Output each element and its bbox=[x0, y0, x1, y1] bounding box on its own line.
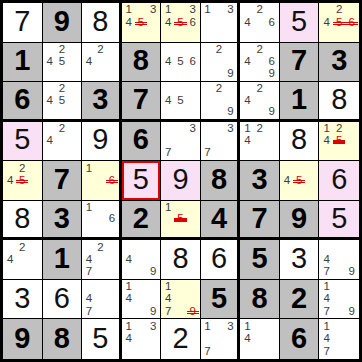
solved-digit: 5 bbox=[331, 204, 347, 233]
given-digit: 4 bbox=[211, 204, 227, 233]
cell-r8c5[interactable]: 1479 bbox=[161, 280, 201, 320]
cell-r7c5[interactable]: 8 bbox=[161, 240, 201, 280]
candidate-digit: 2 bbox=[254, 44, 266, 56]
empty-candidate-slot bbox=[266, 333, 278, 346]
cell-r4c7[interactable]: 124 bbox=[240, 122, 280, 162]
cell-r8c1[interactable]: 3 bbox=[3, 280, 43, 320]
cell-r9c1[interactable]: 9 bbox=[3, 319, 43, 359]
cell-r2c4[interactable]: 8 bbox=[122, 43, 162, 83]
candidate-digit: 4 bbox=[241, 56, 253, 68]
cell-r8c8[interactable]: 2 bbox=[280, 280, 320, 320]
empty-candidate-slot bbox=[174, 106, 186, 118]
given-digit: 7 bbox=[252, 204, 268, 233]
candidate-digit: 5 bbox=[174, 56, 186, 68]
solved-digit: 8 bbox=[291, 125, 307, 154]
empty-candidate-slot bbox=[135, 241, 147, 253]
pencil-marks: 13456 bbox=[162, 4, 199, 41]
empty-candidate-slot bbox=[241, 345, 253, 358]
candidate-digit: 7 bbox=[202, 147, 214, 159]
eliminated-candidate-digit: 5 bbox=[16, 174, 28, 186]
empty-candidate-slot bbox=[213, 56, 225, 68]
candidate-digit: 9 bbox=[345, 305, 358, 317]
empty-candidate-slot bbox=[333, 305, 346, 317]
empty-candidate-slot bbox=[28, 254, 40, 266]
cell-r3c2[interactable]: 245 bbox=[43, 82, 83, 122]
candidate-digit: 4 bbox=[123, 293, 135, 305]
candidate-digit: 2 bbox=[213, 83, 225, 95]
empty-candidate-slot bbox=[266, 345, 278, 358]
empty-candidate-slot bbox=[106, 187, 118, 199]
empty-candidate-slot bbox=[162, 106, 174, 118]
solved-digit: 8 bbox=[331, 85, 347, 114]
cell-r1c8[interactable]: 5 bbox=[280, 3, 320, 43]
empty-candidate-slot bbox=[174, 281, 186, 293]
given-digit: 5 bbox=[252, 244, 268, 273]
cell-r4c8[interactable]: 8 bbox=[280, 122, 320, 162]
given-digit: 6 bbox=[291, 324, 307, 353]
empty-candidate-slot bbox=[333, 281, 346, 293]
empty-candidate-slot bbox=[254, 320, 266, 333]
empty-candidate-slot bbox=[16, 187, 28, 199]
cell-r2c6[interactable]: 29 bbox=[201, 43, 241, 83]
empty-candidate-slot bbox=[345, 123, 358, 135]
cell-r8c3[interactable]: 47 bbox=[82, 280, 122, 320]
candidate-digit: 9 bbox=[266, 106, 278, 118]
candidate-digit: 3 bbox=[147, 320, 159, 333]
empty-candidate-slot bbox=[147, 28, 159, 40]
cell-r7c1[interactable]: 24 bbox=[3, 240, 43, 280]
empty-candidate-slot bbox=[135, 281, 147, 293]
cell-r7c8[interactable]: 3 bbox=[280, 240, 320, 280]
empty-candidate-slot bbox=[83, 187, 95, 199]
candidate-digit: 5 bbox=[174, 95, 186, 107]
empty-candidate-slot bbox=[123, 241, 135, 253]
candidate-digit: 4 bbox=[320, 254, 333, 266]
cell-r7c2[interactable]: 1 bbox=[43, 240, 83, 280]
candidate-digit: 2 bbox=[254, 83, 266, 95]
given-digit: 9 bbox=[54, 7, 70, 36]
empty-candidate-slot bbox=[4, 266, 16, 278]
empty-candidate-slot bbox=[320, 241, 333, 253]
empty-candidate-slot bbox=[162, 28, 174, 40]
empty-candidate-slot bbox=[147, 293, 159, 305]
eliminated-candidate-digit: 5 bbox=[135, 16, 147, 28]
empty-candidate-slot bbox=[213, 123, 225, 135]
cell-r1c1[interactable]: 7 bbox=[3, 3, 43, 43]
candidate-digit: 1 bbox=[162, 281, 174, 293]
empty-candidate-slot bbox=[16, 266, 28, 278]
empty-candidate-slot bbox=[174, 123, 186, 135]
candidate-digit: 6 bbox=[106, 213, 118, 225]
empty-candidate-slot bbox=[123, 345, 135, 358]
empty-candidate-slot bbox=[213, 320, 225, 333]
empty-candidate-slot bbox=[135, 293, 147, 305]
candidate-digit: 7 bbox=[162, 147, 174, 159]
pencil-marks: 137 bbox=[202, 320, 237, 358]
empty-candidate-slot bbox=[68, 83, 80, 95]
empty-candidate-slot bbox=[254, 345, 266, 358]
cell-r3c1[interactable]: 6 bbox=[3, 82, 43, 122]
empty-candidate-slot bbox=[106, 241, 118, 253]
empty-candidate-slot bbox=[320, 4, 333, 16]
empty-candidate-slot bbox=[254, 28, 266, 40]
candidate-digit: 4 bbox=[83, 56, 95, 68]
empty-candidate-slot bbox=[254, 135, 266, 147]
cell-r9c3[interactable]: 5 bbox=[82, 319, 122, 359]
empty-candidate-slot bbox=[333, 266, 346, 278]
cell-r2c3[interactable]: 24 bbox=[82, 43, 122, 83]
cell-r7c4[interactable]: 49 bbox=[122, 240, 162, 280]
empty-candidate-slot bbox=[135, 305, 147, 317]
empty-candidate-slot bbox=[202, 56, 214, 68]
given-digit: 3 bbox=[331, 46, 347, 75]
cell-r6c8[interactable]: 9 bbox=[280, 201, 320, 241]
empty-candidate-slot bbox=[266, 123, 278, 135]
cell-r7c6[interactable]: 6 bbox=[201, 240, 241, 280]
cell-r2c2[interactable]: 245 bbox=[43, 43, 83, 83]
empty-candidate-slot bbox=[345, 345, 358, 358]
cell-r7c3[interactable]: 247 bbox=[82, 240, 122, 280]
pencil-marks: 1479 bbox=[162, 281, 199, 318]
candidate-digit: 4 bbox=[241, 333, 253, 346]
cell-r8c2[interactable]: 6 bbox=[43, 280, 83, 320]
given-digit: 6 bbox=[14, 85, 30, 114]
given-digit: 1 bbox=[54, 244, 70, 273]
candidate-digit: 4 bbox=[123, 254, 135, 266]
candidate-digit: 4 bbox=[44, 56, 56, 68]
empty-candidate-slot bbox=[305, 187, 317, 199]
empty-candidate-slot bbox=[266, 4, 278, 16]
empty-candidate-slot bbox=[44, 68, 56, 80]
empty-candidate-slot bbox=[266, 320, 278, 333]
empty-candidate-slot bbox=[202, 16, 214, 28]
cell-r6c4[interactable]: 2 bbox=[122, 201, 162, 241]
empty-candidate-slot bbox=[162, 44, 174, 56]
empty-candidate-slot bbox=[106, 68, 118, 80]
solved-digit: 6 bbox=[211, 244, 227, 273]
empty-candidate-slot bbox=[56, 135, 68, 147]
pencil-marks: 2456 bbox=[320, 4, 358, 41]
candidate-digit: 9 bbox=[225, 106, 237, 118]
cell-r4c9[interactable]: 1245 bbox=[319, 122, 359, 162]
candidate-digit: 4 bbox=[4, 254, 16, 266]
empty-candidate-slot bbox=[225, 28, 237, 40]
cell-r4c6[interactable]: 37 bbox=[201, 122, 241, 162]
candidate-digit: 3 bbox=[187, 123, 199, 135]
candidate-digit: 3 bbox=[225, 4, 237, 16]
empty-candidate-slot bbox=[174, 293, 186, 305]
empty-candidate-slot bbox=[106, 56, 118, 68]
empty-candidate-slot bbox=[254, 106, 266, 118]
cell-r1c4[interactable]: 1345 bbox=[122, 3, 162, 43]
eliminated-candidate-digit: 5 bbox=[293, 174, 305, 186]
cell-r5c3[interactable]: 16 bbox=[82, 161, 122, 201]
empty-candidate-slot bbox=[106, 293, 118, 305]
cell-r6c7[interactable]: 7 bbox=[240, 201, 280, 241]
given-digit: 3 bbox=[92, 85, 108, 114]
cell-r2c7[interactable]: 2469 bbox=[240, 43, 280, 83]
pencil-marks: 37 bbox=[162, 123, 199, 160]
candidate-digit: 2 bbox=[95, 44, 107, 56]
candidate-digit: 7 bbox=[162, 305, 174, 317]
empty-candidate-slot bbox=[106, 281, 118, 293]
candidate-digit: 3 bbox=[147, 4, 159, 16]
pencil-marks: 245 bbox=[4, 162, 41, 199]
empty-candidate-slot bbox=[28, 162, 40, 174]
empty-candidate-slot bbox=[345, 281, 358, 293]
empty-candidate-slot bbox=[187, 68, 199, 80]
candidate-digit: 4 bbox=[123, 333, 135, 346]
pencil-marks: 147 bbox=[320, 320, 358, 358]
empty-candidate-slot bbox=[174, 147, 186, 159]
empty-candidate-slot bbox=[333, 320, 346, 333]
candidate-digit: 4 bbox=[83, 293, 95, 305]
empty-candidate-slot bbox=[95, 281, 107, 293]
cell-r1c3[interactable]: 8 bbox=[82, 3, 122, 43]
cell-r3c8[interactable]: 1 bbox=[280, 82, 320, 122]
cell-r5c1[interactable]: 245 bbox=[3, 161, 43, 201]
empty-candidate-slot bbox=[83, 241, 95, 253]
cell-r8c6[interactable]: 5 bbox=[201, 280, 241, 320]
given-digit: 7 bbox=[133, 85, 149, 114]
candidate-digit: 9 bbox=[147, 266, 159, 278]
empty-candidate-slot bbox=[56, 106, 68, 118]
cell-r5c8[interactable]: 45 bbox=[280, 161, 320, 201]
empty-candidate-slot bbox=[241, 28, 253, 40]
cell-r4c2[interactable]: 24 bbox=[43, 122, 83, 162]
candidate-digit: 6 bbox=[187, 16, 199, 28]
cell-r3c5[interactable]: 45 bbox=[161, 82, 201, 122]
pencil-marks: 45 bbox=[281, 162, 318, 199]
cell-r9c4[interactable]: 134 bbox=[122, 319, 162, 359]
cell-r6c6[interactable]: 4 bbox=[201, 201, 241, 241]
cell-r2c1[interactable]: 1 bbox=[3, 43, 43, 83]
cell-r3c3[interactable]: 3 bbox=[82, 82, 122, 122]
empty-candidate-slot bbox=[241, 4, 253, 16]
cell-r5c4[interactable]: 5 bbox=[122, 161, 162, 201]
candidate-digit: 7 bbox=[320, 266, 333, 278]
empty-candidate-slot bbox=[333, 254, 346, 266]
cell-r1c6[interactable]: 13 bbox=[201, 3, 241, 43]
empty-candidate-slot bbox=[202, 106, 214, 118]
empty-candidate-slot bbox=[4, 162, 16, 174]
empty-candidate-slot bbox=[266, 83, 278, 95]
cell-r9c8[interactable]: 6 bbox=[280, 319, 320, 359]
given-digit: 8 bbox=[54, 324, 70, 353]
empty-candidate-slot bbox=[95, 68, 107, 80]
candidate-digit: 1 bbox=[202, 320, 214, 333]
candidate-digit: 1 bbox=[123, 4, 135, 16]
pencil-marks: 249 bbox=[241, 83, 278, 118]
empty-candidate-slot bbox=[225, 333, 237, 346]
candidate-digit: 2 bbox=[16, 162, 28, 174]
empty-candidate-slot bbox=[187, 106, 199, 118]
empty-candidate-slot bbox=[225, 135, 237, 147]
pencil-marks: 456 bbox=[162, 44, 199, 81]
candidate-digit: 7 bbox=[83, 305, 95, 317]
cell-r8c4[interactable]: 149 bbox=[122, 280, 162, 320]
cell-r8c7[interactable]: 8 bbox=[240, 280, 280, 320]
empty-candidate-slot bbox=[28, 266, 40, 278]
cell-r5c2[interactable]: 7 bbox=[43, 161, 83, 201]
cell-r9c2[interactable]: 8 bbox=[43, 319, 83, 359]
candidate-digit: 1 bbox=[123, 281, 135, 293]
empty-candidate-slot bbox=[225, 56, 237, 68]
empty-candidate-slot bbox=[320, 28, 333, 40]
empty-candidate-slot bbox=[44, 106, 56, 118]
eliminated-candidate-digit: 5 bbox=[333, 135, 346, 147]
solved-digit: 5 bbox=[14, 125, 30, 154]
candidate-digit: 5 bbox=[56, 56, 68, 68]
given-digit: 3 bbox=[54, 204, 70, 233]
empty-candidate-slot bbox=[213, 95, 225, 107]
pencil-marks: 24 bbox=[83, 44, 118, 81]
empty-candidate-slot bbox=[202, 123, 214, 135]
empty-candidate-slot bbox=[254, 56, 266, 68]
empty-candidate-slot bbox=[95, 266, 107, 278]
empty-candidate-slot bbox=[162, 213, 174, 225]
sudoku-board: 7981345134561324652456124524845629246973… bbox=[0, 0, 362, 362]
empty-candidate-slot bbox=[95, 293, 107, 305]
cell-r1c7[interactable]: 246 bbox=[240, 3, 280, 43]
cell-r1c2[interactable]: 9 bbox=[43, 3, 83, 43]
eliminated-candidate-digit: 6 bbox=[106, 174, 118, 186]
empty-candidate-slot bbox=[135, 266, 147, 278]
cell-r6c3[interactable]: 16 bbox=[82, 201, 122, 241]
cell-r4c1[interactable]: 5 bbox=[3, 122, 43, 162]
pencil-marks: 37 bbox=[202, 123, 237, 160]
cell-r2c9[interactable]: 3 bbox=[319, 43, 359, 83]
empty-candidate-slot bbox=[266, 147, 278, 159]
solved-digit: 6 bbox=[331, 165, 347, 194]
empty-candidate-slot bbox=[4, 241, 16, 253]
empty-candidate-slot bbox=[83, 174, 95, 186]
empty-candidate-slot bbox=[225, 345, 237, 358]
cell-r3c9[interactable]: 8 bbox=[319, 82, 359, 122]
empty-candidate-slot bbox=[187, 293, 199, 305]
cell-r4c4[interactable]: 6 bbox=[122, 122, 162, 162]
empty-candidate-slot bbox=[333, 345, 346, 358]
pencil-marks: 134 bbox=[123, 320, 160, 358]
empty-candidate-slot bbox=[135, 333, 147, 346]
empty-candidate-slot bbox=[83, 213, 95, 225]
cell-r8c9[interactable]: 1479 bbox=[319, 280, 359, 320]
candidate-digit: 6 bbox=[266, 16, 278, 28]
given-digit: 1 bbox=[291, 85, 307, 114]
candidate-digit: 4 bbox=[44, 95, 56, 107]
solved-digit: 8 bbox=[92, 7, 108, 36]
empty-candidate-slot bbox=[95, 174, 107, 186]
pencil-marks: 124 bbox=[241, 123, 278, 160]
empty-candidate-slot bbox=[106, 266, 118, 278]
empty-candidate-slot bbox=[293, 162, 305, 174]
pencil-marks: 29 bbox=[202, 83, 237, 118]
cell-r5c5[interactable]: 9 bbox=[161, 161, 201, 201]
pencil-marks: 15 bbox=[162, 202, 199, 237]
empty-candidate-slot bbox=[162, 123, 174, 135]
cell-r7c9[interactable]: 479 bbox=[319, 240, 359, 280]
cell-r6c5[interactable]: 15 bbox=[161, 201, 201, 241]
empty-candidate-slot bbox=[123, 266, 135, 278]
empty-candidate-slot bbox=[333, 241, 346, 253]
empty-candidate-slot bbox=[106, 254, 118, 266]
cell-r9c5[interactable]: 2 bbox=[161, 319, 201, 359]
empty-candidate-slot bbox=[187, 281, 199, 293]
candidate-digit: 7 bbox=[320, 345, 333, 358]
cell-r3c7[interactable]: 249 bbox=[240, 82, 280, 122]
candidate-digit: 4 bbox=[83, 254, 95, 266]
pencil-marks: 14 bbox=[241, 320, 278, 358]
cell-r6c1[interactable]: 8 bbox=[3, 201, 43, 241]
pencil-marks: 1245 bbox=[320, 123, 358, 160]
empty-candidate-slot bbox=[56, 147, 68, 159]
cell-r3c6[interactable]: 29 bbox=[201, 82, 241, 122]
candidate-digit: 1 bbox=[162, 202, 174, 214]
cell-r9c9[interactable]: 147 bbox=[319, 319, 359, 359]
candidate-digit: 1 bbox=[320, 281, 333, 293]
empty-candidate-slot bbox=[95, 202, 107, 214]
cell-r2c8[interactable]: 7 bbox=[280, 43, 320, 83]
empty-candidate-slot bbox=[345, 333, 358, 346]
candidate-digit: 4 bbox=[162, 16, 174, 28]
candidate-digit: 1 bbox=[162, 4, 174, 16]
candidate-digit: 2 bbox=[56, 44, 68, 56]
empty-candidate-slot bbox=[187, 225, 199, 237]
cell-r7c7[interactable]: 5 bbox=[240, 240, 280, 280]
cell-r9c6[interactable]: 137 bbox=[201, 319, 241, 359]
cell-r6c2[interactable]: 3 bbox=[43, 201, 83, 241]
solved-digit: 5 bbox=[291, 7, 307, 36]
given-digit: 5 bbox=[211, 284, 227, 313]
empty-candidate-slot bbox=[187, 83, 199, 95]
cell-r1c5[interactable]: 13456 bbox=[161, 3, 201, 43]
cell-r5c6[interactable]: 8 bbox=[201, 161, 241, 201]
cell-r5c7[interactable]: 3 bbox=[240, 161, 280, 201]
empty-candidate-slot bbox=[293, 187, 305, 199]
cell-r6c9[interactable]: 5 bbox=[319, 201, 359, 241]
empty-candidate-slot bbox=[254, 147, 266, 159]
candidate-digit: 2 bbox=[56, 83, 68, 95]
pencil-marks: 1479 bbox=[320, 281, 358, 318]
empty-candidate-slot bbox=[135, 345, 147, 358]
cell-r1c9[interactable]: 2456 bbox=[319, 3, 359, 43]
cell-r4c3[interactable]: 9 bbox=[82, 122, 122, 162]
empty-candidate-slot bbox=[162, 68, 174, 80]
empty-candidate-slot bbox=[174, 68, 186, 80]
empty-candidate-slot bbox=[202, 68, 214, 80]
cell-r3c4[interactable]: 7 bbox=[122, 82, 162, 122]
empty-candidate-slot bbox=[254, 333, 266, 346]
empty-candidate-slot bbox=[333, 28, 346, 40]
cell-r5c9[interactable]: 6 bbox=[319, 161, 359, 201]
candidate-digit: 1 bbox=[320, 320, 333, 333]
cell-r9c7[interactable]: 14 bbox=[240, 319, 280, 359]
candidate-digit: 6 bbox=[187, 56, 199, 68]
empty-candidate-slot bbox=[333, 147, 346, 159]
empty-candidate-slot bbox=[333, 293, 346, 305]
empty-candidate-slot bbox=[174, 225, 186, 237]
empty-candidate-slot bbox=[147, 254, 159, 266]
cell-r2c5[interactable]: 456 bbox=[161, 43, 201, 83]
pencil-marks: 13 bbox=[202, 4, 237, 41]
candidate-digit: 5 bbox=[56, 95, 68, 107]
given-digit: 2 bbox=[133, 204, 149, 233]
empty-candidate-slot bbox=[202, 28, 214, 40]
empty-candidate-slot bbox=[254, 95, 266, 107]
cell-r4c5[interactable]: 37 bbox=[161, 122, 201, 162]
empty-candidate-slot bbox=[345, 4, 358, 16]
candidate-digit: 9 bbox=[225, 68, 237, 80]
